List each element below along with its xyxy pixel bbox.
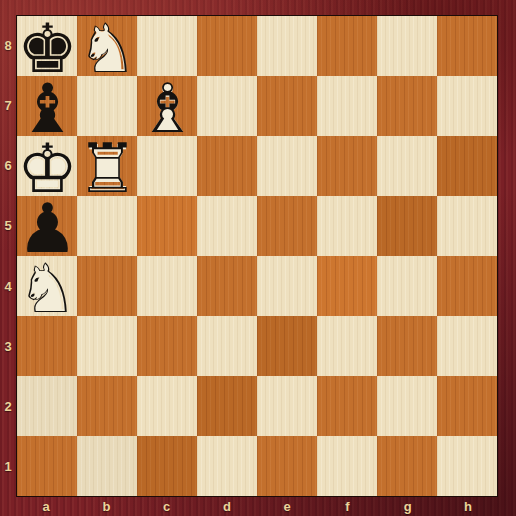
piece-white-knight-a4[interactable]: ♞♘ xyxy=(17,256,77,316)
square-g2[interactable] xyxy=(377,376,437,436)
piece-white-knight-b8[interactable]: ♞♘ xyxy=(77,16,137,76)
square-d5[interactable] xyxy=(197,196,257,256)
square-a3[interactable] xyxy=(17,316,77,376)
square-c1[interactable] xyxy=(137,436,197,496)
square-f6[interactable] xyxy=(317,136,377,196)
square-h8[interactable] xyxy=(437,16,497,76)
square-h7[interactable] xyxy=(437,76,497,136)
square-f7[interactable] xyxy=(317,76,377,136)
square-f2[interactable] xyxy=(317,376,377,436)
piece-white-bishop-c7[interactable]: ♝♗ xyxy=(137,76,197,136)
piece-black-bishop-a7[interactable]: ♝ xyxy=(17,76,77,136)
square-h5[interactable] xyxy=(437,196,497,256)
square-a5[interactable]: ♟ xyxy=(17,196,77,256)
square-a1[interactable] xyxy=(17,436,77,496)
piece-white-king-a6[interactable]: ♚♔ xyxy=(17,136,77,196)
square-d2[interactable] xyxy=(197,376,257,436)
square-e8[interactable] xyxy=(257,16,317,76)
square-b7[interactable] xyxy=(77,76,137,136)
file-label-b: b xyxy=(76,497,136,516)
white-bishop-glyph: ♗ xyxy=(137,79,198,139)
square-f4[interactable] xyxy=(317,256,377,316)
chess-board[interactable]: ♚♞♘♝♝♗♚♔♜♖♟♞♘ xyxy=(16,15,498,497)
square-b1[interactable] xyxy=(77,436,137,496)
square-f3[interactable] xyxy=(317,316,377,376)
square-a8[interactable]: ♚ xyxy=(17,16,77,76)
square-e5[interactable] xyxy=(257,196,317,256)
square-g1[interactable] xyxy=(377,436,437,496)
file-label-g: g xyxy=(378,497,438,516)
square-g6[interactable] xyxy=(377,136,437,196)
square-h1[interactable] xyxy=(437,436,497,496)
square-h2[interactable] xyxy=(437,376,497,436)
rank-label-7: 7 xyxy=(0,75,16,135)
rank-label-5: 5 xyxy=(0,196,16,256)
square-f1[interactable] xyxy=(317,436,377,496)
file-labels: abcdefgh xyxy=(16,497,498,516)
rank-label-2: 2 xyxy=(0,377,16,437)
square-d1[interactable] xyxy=(197,436,257,496)
square-e7[interactable] xyxy=(257,76,317,136)
rank-label-1: 1 xyxy=(0,437,16,497)
square-e4[interactable] xyxy=(257,256,317,316)
square-d4[interactable] xyxy=(197,256,257,316)
square-g4[interactable] xyxy=(377,256,437,316)
rank-label-6: 6 xyxy=(0,136,16,196)
square-h4[interactable] xyxy=(437,256,497,316)
square-b2[interactable] xyxy=(77,376,137,436)
square-g3[interactable] xyxy=(377,316,437,376)
square-h3[interactable] xyxy=(437,316,497,376)
square-c5[interactable] xyxy=(137,196,197,256)
square-a4[interactable]: ♞♘ xyxy=(17,256,77,316)
square-c8[interactable] xyxy=(137,16,197,76)
square-d8[interactable] xyxy=(197,16,257,76)
file-label-a: a xyxy=(16,497,76,516)
white-rook-glyph: ♖ xyxy=(77,139,138,199)
file-label-e: e xyxy=(257,497,317,516)
file-label-d: d xyxy=(197,497,257,516)
square-c3[interactable] xyxy=(137,316,197,376)
rank-label-4: 4 xyxy=(0,256,16,316)
rank-label-8: 8 xyxy=(0,15,16,75)
board-frame: 87654321 ♚♞♘♝♝♗♚♔♜♖♟♞♘ abcdefgh xyxy=(0,0,516,516)
rank-labels: 87654321 xyxy=(0,15,16,497)
square-d3[interactable] xyxy=(197,316,257,376)
square-e3[interactable] xyxy=(257,316,317,376)
square-a6[interactable]: ♚♔ xyxy=(17,136,77,196)
square-b3[interactable] xyxy=(77,316,137,376)
square-g5[interactable] xyxy=(377,196,437,256)
square-c6[interactable] xyxy=(137,136,197,196)
file-label-c: c xyxy=(137,497,197,516)
white-knight-glyph: ♘ xyxy=(77,19,138,79)
square-d7[interactable] xyxy=(197,76,257,136)
square-h6[interactable] xyxy=(437,136,497,196)
square-c2[interactable] xyxy=(137,376,197,436)
square-c4[interactable] xyxy=(137,256,197,316)
rank-label-3: 3 xyxy=(0,316,16,376)
piece-black-king-a8[interactable]: ♚ xyxy=(17,16,77,76)
piece-black-pawn-a5[interactable]: ♟ xyxy=(17,196,77,256)
square-b6[interactable]: ♜♖ xyxy=(77,136,137,196)
square-b8[interactable]: ♞♘ xyxy=(77,16,137,76)
square-b4[interactable] xyxy=(77,256,137,316)
white-knight-glyph: ♘ xyxy=(17,259,78,319)
square-b5[interactable] xyxy=(77,196,137,256)
square-f5[interactable] xyxy=(317,196,377,256)
square-a7[interactable]: ♝ xyxy=(17,76,77,136)
square-e2[interactable] xyxy=(257,376,317,436)
square-g7[interactable] xyxy=(377,76,437,136)
square-e6[interactable] xyxy=(257,136,317,196)
square-c7[interactable]: ♝♗ xyxy=(137,76,197,136)
square-e1[interactable] xyxy=(257,436,317,496)
square-g8[interactable] xyxy=(377,16,437,76)
file-label-f: f xyxy=(317,497,377,516)
square-f8[interactable] xyxy=(317,16,377,76)
square-a2[interactable] xyxy=(17,376,77,436)
file-label-h: h xyxy=(438,497,498,516)
piece-white-rook-b6[interactable]: ♜♖ xyxy=(77,136,137,196)
square-d6[interactable] xyxy=(197,136,257,196)
